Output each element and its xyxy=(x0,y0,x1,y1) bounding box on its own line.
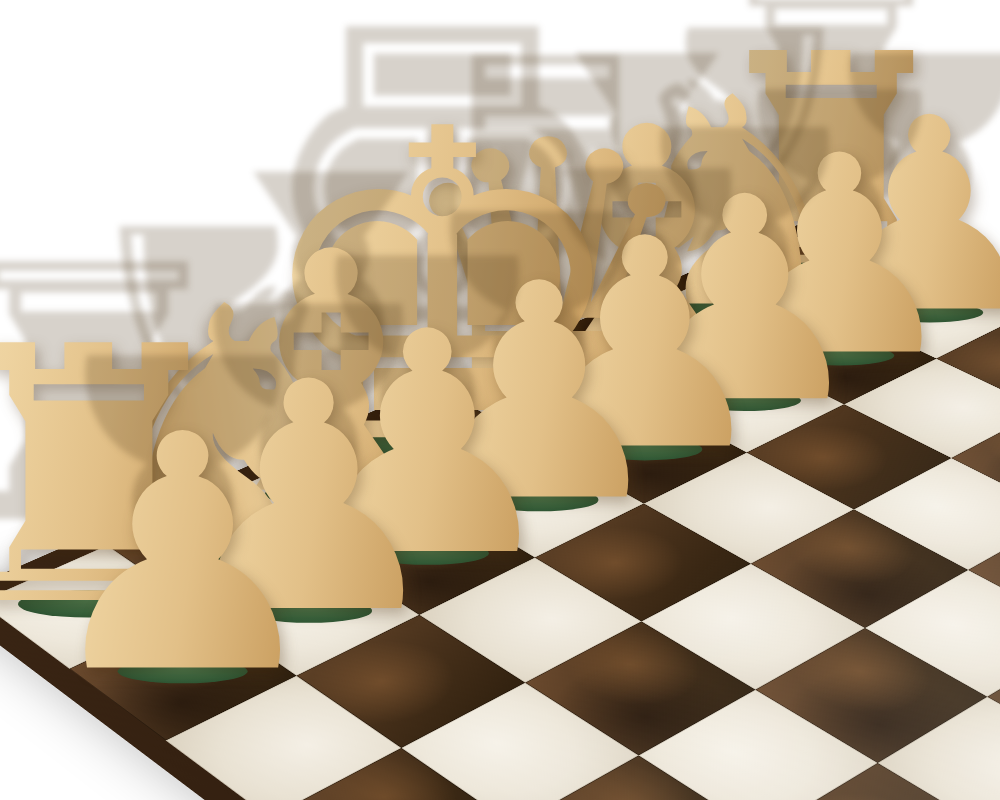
pawn-icon: ♟ xyxy=(0,393,394,718)
chess-set-photo: ♜♜♞♞♝♝♚♚♛♛♝♝♞♞♜♜♟♟♟♟♟♟♟♟♟♟♟♟♟♟♟♟ xyxy=(0,0,1000,800)
white-pawn-h2[interactable]: ♟♟ xyxy=(0,393,394,718)
